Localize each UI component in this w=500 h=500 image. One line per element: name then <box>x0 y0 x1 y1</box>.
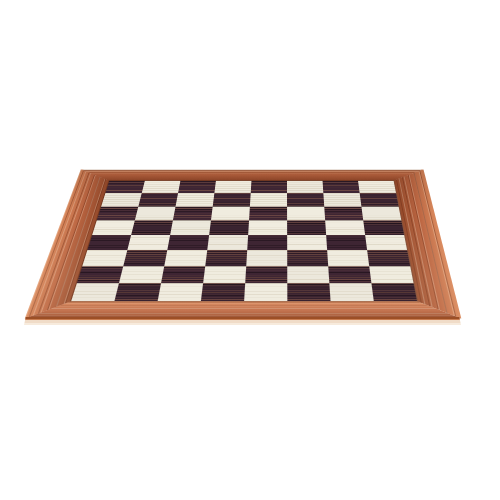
square-r2c6[interactable] <box>287 193 324 206</box>
frame-top-rail <box>77 169 427 180</box>
square-r3c6[interactable] <box>287 207 325 221</box>
square-r3c8[interactable] <box>361 207 401 221</box>
square-r8c4[interactable] <box>201 283 245 301</box>
square-r1c6[interactable] <box>287 181 323 194</box>
square-r7c8[interactable] <box>369 266 413 283</box>
square-r2c1[interactable] <box>101 193 142 206</box>
square-r3c2[interactable] <box>135 207 176 221</box>
square-r6c7[interactable] <box>327 250 369 266</box>
square-r3c3[interactable] <box>173 207 213 221</box>
square-r8c7[interactable] <box>329 283 373 301</box>
square-r5c1[interactable] <box>87 235 131 250</box>
square-r4c5[interactable] <box>248 220 287 235</box>
square-r3c4[interactable] <box>211 207 250 221</box>
square-r6c8[interactable] <box>367 250 410 266</box>
square-r5c5[interactable] <box>247 235 287 250</box>
square-r5c8[interactable] <box>365 235 407 250</box>
square-r1c2[interactable] <box>142 181 181 194</box>
square-r2c4[interactable] <box>213 193 251 206</box>
board-top-face <box>25 169 462 318</box>
square-r4c6[interactable] <box>287 220 326 235</box>
board-side-edge <box>24 317 461 325</box>
square-r8c5[interactable] <box>244 283 287 301</box>
square-r8c6[interactable] <box>287 283 330 301</box>
square-r6c1[interactable] <box>82 250 127 266</box>
chessboard <box>44 43 451 427</box>
square-r7c1[interactable] <box>77 266 123 283</box>
square-r4c4[interactable] <box>209 220 249 235</box>
square-r4c2[interactable] <box>131 220 173 235</box>
square-r6c2[interactable] <box>123 250 167 266</box>
square-r5c2[interactable] <box>127 235 170 250</box>
square-r2c7[interactable] <box>323 193 361 206</box>
square-r7c3[interactable] <box>161 266 205 283</box>
square-r1c7[interactable] <box>323 181 360 194</box>
square-r7c7[interactable] <box>328 266 371 283</box>
square-r2c2[interactable] <box>138 193 178 206</box>
square-r5c6[interactable] <box>287 235 327 250</box>
square-r4c1[interactable] <box>92 220 135 235</box>
square-r2c3[interactable] <box>176 193 215 206</box>
square-r4c7[interactable] <box>325 220 365 235</box>
square-r1c3[interactable] <box>178 181 216 194</box>
photo-canvas <box>0 0 500 500</box>
square-r6c4[interactable] <box>205 250 247 266</box>
square-r7c2[interactable] <box>119 266 164 283</box>
square-r6c5[interactable] <box>246 250 287 266</box>
square-r5c3[interactable] <box>167 235 209 250</box>
square-r6c6[interactable] <box>287 250 328 266</box>
square-r1c8[interactable] <box>358 181 396 194</box>
square-r7c6[interactable] <box>287 266 329 283</box>
square-r3c1[interactable] <box>97 207 139 221</box>
square-r7c5[interactable] <box>245 266 287 283</box>
square-r8c8[interactable] <box>371 283 417 301</box>
square-r6c3[interactable] <box>164 250 207 266</box>
square-r2c5[interactable] <box>250 193 287 206</box>
square-r7c4[interactable] <box>203 266 246 283</box>
square-r8c2[interactable] <box>114 283 161 301</box>
square-r4c3[interactable] <box>170 220 211 235</box>
square-r2c8[interactable] <box>360 193 399 206</box>
board-squares <box>71 181 417 302</box>
square-r5c4[interactable] <box>207 235 248 250</box>
square-r3c5[interactable] <box>249 207 287 221</box>
square-r4c8[interactable] <box>363 220 404 235</box>
square-r3c7[interactable] <box>324 207 363 221</box>
square-r1c4[interactable] <box>214 181 251 194</box>
square-r1c5[interactable] <box>251 181 287 194</box>
frame-bottom-rail <box>25 301 462 318</box>
square-r5c7[interactable] <box>326 235 367 250</box>
square-r1c1[interactable] <box>105 181 145 194</box>
square-r8c3[interactable] <box>158 283 203 301</box>
square-r8c1[interactable] <box>71 283 119 301</box>
